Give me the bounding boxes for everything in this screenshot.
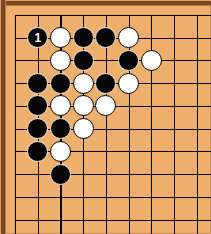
board-intersection[interactable] [4,140,27,163]
board-intersection[interactable] [26,208,49,231]
board-intersection[interactable] [163,117,186,140]
board-intersection[interactable] [4,208,27,231]
board-intersection[interactable] [49,72,72,95]
black-stone [27,73,48,94]
board-intersection[interactable] [163,95,186,118]
board-intersection[interactable] [140,72,163,95]
white-stone [141,50,162,71]
board-intersection[interactable] [140,208,163,231]
white-stone [73,118,94,139]
white-stone [73,95,94,116]
board-intersection[interactable] [117,163,140,186]
board-intersection[interactable] [140,95,163,118]
board-intersection[interactable] [163,163,186,186]
board-intersection[interactable] [72,95,95,118]
board-intersection[interactable] [95,4,118,27]
board-intersection[interactable] [26,95,49,118]
board-intersection[interactable] [117,72,140,95]
board-intersection[interactable] [49,163,72,186]
board-intersection[interactable] [4,49,27,72]
board-intersection[interactable] [26,49,49,72]
board-intersection[interactable] [117,186,140,209]
board-intersection[interactable] [49,140,72,163]
board-intersection[interactable] [95,95,118,118]
board-intersection[interactable] [163,26,186,49]
board-intersection[interactable] [72,49,95,72]
board-intersection[interactable] [4,26,27,49]
black-stone [27,95,48,116]
board-intersection[interactable]: 1 [26,26,49,49]
board-intersection[interactable] [72,163,95,186]
board-intersection[interactable] [163,4,186,27]
white-stone [50,27,71,48]
white-stone [50,50,71,71]
board-intersection[interactable] [186,72,209,95]
board-intersection[interactable] [72,208,95,231]
white-stone [118,73,139,94]
white-stone [73,73,94,94]
board-intersection[interactable] [140,186,163,209]
board-intersection[interactable] [186,26,209,49]
board-intersection[interactable] [163,49,186,72]
board-intersection[interactable] [95,208,118,231]
black-stone [95,27,116,48]
board-intersection[interactable] [140,26,163,49]
board-intersection[interactable] [49,186,72,209]
board-intersection[interactable] [95,117,118,140]
white-stone [95,95,116,116]
board-intersection[interactable] [26,4,49,27]
board-intersection[interactable] [26,163,49,186]
board-intersection[interactable] [140,4,163,27]
board-intersection[interactable] [26,72,49,95]
go-diagram: 1 [0,0,211,234]
black-stone [27,141,48,162]
board-intersection[interactable] [26,140,49,163]
board-intersection[interactable] [72,72,95,95]
board-intersection[interactable] [163,72,186,95]
board-intersection[interactable] [72,186,95,209]
board-intersection[interactable] [186,140,209,163]
board-intersection[interactable] [117,49,140,72]
board-intersection[interactable] [72,117,95,140]
board-intersection[interactable] [49,49,72,72]
board-intersection[interactable] [95,72,118,95]
board-intersection[interactable] [186,117,209,140]
board-intersection[interactable] [186,186,209,209]
board-intersection[interactable] [117,140,140,163]
black-stone [73,27,94,48]
white-stone [50,95,71,116]
board-intersection[interactable] [4,95,27,118]
board-intersection[interactable] [163,140,186,163]
board-intersection[interactable] [95,26,118,49]
board-intersection[interactable] [4,117,27,140]
board-intersection[interactable] [186,163,209,186]
board-intersection[interactable] [95,163,118,186]
board-intersection[interactable] [4,72,27,95]
board-intersection[interactable] [186,208,209,231]
go-board: 1 [4,4,209,232]
board-intersection[interactable] [117,208,140,231]
board-intersection[interactable] [163,186,186,209]
board-intersection[interactable] [49,26,72,49]
board-intersection[interactable] [95,49,118,72]
black-stone [118,50,139,71]
board-intersection[interactable] [186,49,209,72]
board-intersection[interactable] [4,186,27,209]
board-intersection[interactable] [140,140,163,163]
board-intersection[interactable] [117,95,140,118]
board-intersection[interactable] [117,4,140,27]
white-stone [118,27,139,48]
white-stone [50,141,71,162]
board-intersection[interactable] [140,117,163,140]
board-intersection[interactable] [72,4,95,27]
board-intersection[interactable] [117,26,140,49]
board-intersection[interactable] [186,4,209,27]
board-intersection[interactable] [26,117,49,140]
black-stone [27,118,48,139]
board-intersection[interactable] [72,140,95,163]
move-number-label: 1 [34,31,41,43]
board-intersection[interactable] [95,140,118,163]
black-stone [50,73,71,94]
board-intersection[interactable] [4,163,27,186]
board-intersection[interactable] [140,163,163,186]
board-intersection[interactable] [163,208,186,231]
board-intersection[interactable] [140,49,163,72]
black-stone [50,164,71,185]
board-intersection[interactable] [117,117,140,140]
board-intersection[interactable] [49,117,72,140]
board-intersection[interactable] [26,186,49,209]
black-stone [95,73,116,94]
board-intersection[interactable] [4,4,27,27]
black-stone [50,118,71,139]
board-intersection[interactable] [49,4,72,27]
black-stone: 1 [27,27,48,48]
board-intersection[interactable] [49,95,72,118]
black-stone [73,50,94,71]
board-intersection[interactable] [186,95,209,118]
board-intersection[interactable] [95,186,118,209]
board-intersection[interactable] [49,208,72,231]
board-intersection[interactable] [72,26,95,49]
